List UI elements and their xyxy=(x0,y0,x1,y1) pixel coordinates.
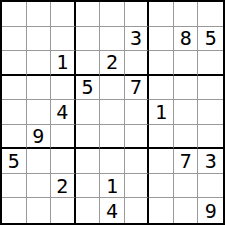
cell-r3c6-empty[interactable] xyxy=(125,51,150,76)
cell-r8c9-empty[interactable] xyxy=(198,174,223,199)
cell-r6c5-empty[interactable] xyxy=(100,125,125,150)
cell-r1c6-empty[interactable] xyxy=(125,2,150,27)
cell-r5c7-given[interactable]: 1 xyxy=(149,100,174,125)
cell-r4c5-empty[interactable] xyxy=(100,76,125,101)
cell-r2c6-given[interactable]: 3 xyxy=(125,27,150,52)
cell-r8c5-given[interactable]: 1 xyxy=(100,174,125,199)
cell-r2c2-empty[interactable] xyxy=(27,27,52,52)
cell-r3c7-empty[interactable] xyxy=(149,51,174,76)
cell-r7c4-empty[interactable] xyxy=(76,149,101,174)
cell-r3c1-empty[interactable] xyxy=(2,51,27,76)
cell-r1c3-empty[interactable] xyxy=(51,2,76,27)
cell-r3c2-empty[interactable] xyxy=(27,51,52,76)
cell-r1c4-empty[interactable] xyxy=(76,2,101,27)
cell-r9c9-given[interactable]: 9 xyxy=(198,198,223,223)
cell-r5c6-empty[interactable] xyxy=(125,100,150,125)
cell-r2c1-empty[interactable] xyxy=(2,27,27,52)
cell-r6c2-given[interactable]: 9 xyxy=(27,125,52,150)
cell-r3c9-empty[interactable] xyxy=(198,51,223,76)
cell-r7c7-empty[interactable] xyxy=(149,149,174,174)
cell-r5c9-empty[interactable] xyxy=(198,100,223,125)
cell-r4c6-given[interactable]: 7 xyxy=(125,76,150,101)
cell-r9c6-empty[interactable] xyxy=(125,198,150,223)
cell-r8c1-empty[interactable] xyxy=(2,174,27,199)
cell-r2c9-given[interactable]: 5 xyxy=(198,27,223,52)
cell-r3c3-given[interactable]: 1 xyxy=(51,51,76,76)
cell-r9c4-empty[interactable] xyxy=(76,198,101,223)
cell-r4c7-empty[interactable] xyxy=(149,76,174,101)
cell-r6c7-empty[interactable] xyxy=(149,125,174,150)
cell-r5c1-empty[interactable] xyxy=(2,100,27,125)
sudoku-board: 38512574195732149 xyxy=(0,0,225,225)
cell-r9c7-empty[interactable] xyxy=(149,198,174,223)
cell-r9c1-empty[interactable] xyxy=(2,198,27,223)
cell-r3c8-empty[interactable] xyxy=(174,51,199,76)
cell-r5c4-empty[interactable] xyxy=(76,100,101,125)
cell-r7c6-empty[interactable] xyxy=(125,149,150,174)
cell-r8c4-empty[interactable] xyxy=(76,174,101,199)
cell-r1c1-empty[interactable] xyxy=(2,2,27,27)
cell-r7c2-empty[interactable] xyxy=(27,149,52,174)
cell-r4c4-given[interactable]: 5 xyxy=(76,76,101,101)
cell-r5c3-given[interactable]: 4 xyxy=(51,100,76,125)
cell-r5c5-empty[interactable] xyxy=(100,100,125,125)
cell-r2c7-empty[interactable] xyxy=(149,27,174,52)
cell-r8c8-empty[interactable] xyxy=(174,174,199,199)
cell-r4c1-empty[interactable] xyxy=(2,76,27,101)
cell-r6c4-empty[interactable] xyxy=(76,125,101,150)
cell-r6c9-empty[interactable] xyxy=(198,125,223,150)
cell-r6c1-empty[interactable] xyxy=(2,125,27,150)
cell-r1c2-empty[interactable] xyxy=(27,2,52,27)
cell-r6c6-empty[interactable] xyxy=(125,125,150,150)
cell-r1c8-empty[interactable] xyxy=(174,2,199,27)
cell-r6c3-empty[interactable] xyxy=(51,125,76,150)
cell-r2c3-empty[interactable] xyxy=(51,27,76,52)
cell-r9c2-empty[interactable] xyxy=(27,198,52,223)
cell-r8c7-empty[interactable] xyxy=(149,174,174,199)
cell-r2c8-given[interactable]: 8 xyxy=(174,27,199,52)
cell-r4c2-empty[interactable] xyxy=(27,76,52,101)
cell-r5c2-empty[interactable] xyxy=(27,100,52,125)
cell-r4c9-empty[interactable] xyxy=(198,76,223,101)
cell-r7c9-given[interactable]: 3 xyxy=(198,149,223,174)
cell-r9c8-empty[interactable] xyxy=(174,198,199,223)
cell-r7c8-given[interactable]: 7 xyxy=(174,149,199,174)
cell-r1c5-empty[interactable] xyxy=(100,2,125,27)
cell-r1c7-empty[interactable] xyxy=(149,2,174,27)
cell-r7c1-given[interactable]: 5 xyxy=(2,149,27,174)
cell-r3c4-empty[interactable] xyxy=(76,51,101,76)
cell-r9c3-empty[interactable] xyxy=(51,198,76,223)
cell-r8c3-given[interactable]: 2 xyxy=(51,174,76,199)
cell-r7c5-empty[interactable] xyxy=(100,149,125,174)
cell-r6c8-empty[interactable] xyxy=(174,125,199,150)
cell-r2c5-empty[interactable] xyxy=(100,27,125,52)
cell-r3c5-given[interactable]: 2 xyxy=(100,51,125,76)
cell-r7c3-empty[interactable] xyxy=(51,149,76,174)
cell-r5c8-empty[interactable] xyxy=(174,100,199,125)
cell-r2c4-empty[interactable] xyxy=(76,27,101,52)
cell-r4c3-empty[interactable] xyxy=(51,76,76,101)
cell-r8c6-empty[interactable] xyxy=(125,174,150,199)
cell-r8c2-empty[interactable] xyxy=(27,174,52,199)
cell-r1c9-empty[interactable] xyxy=(198,2,223,27)
cell-r9c5-given[interactable]: 4 xyxy=(100,198,125,223)
cell-r4c8-empty[interactable] xyxy=(174,76,199,101)
